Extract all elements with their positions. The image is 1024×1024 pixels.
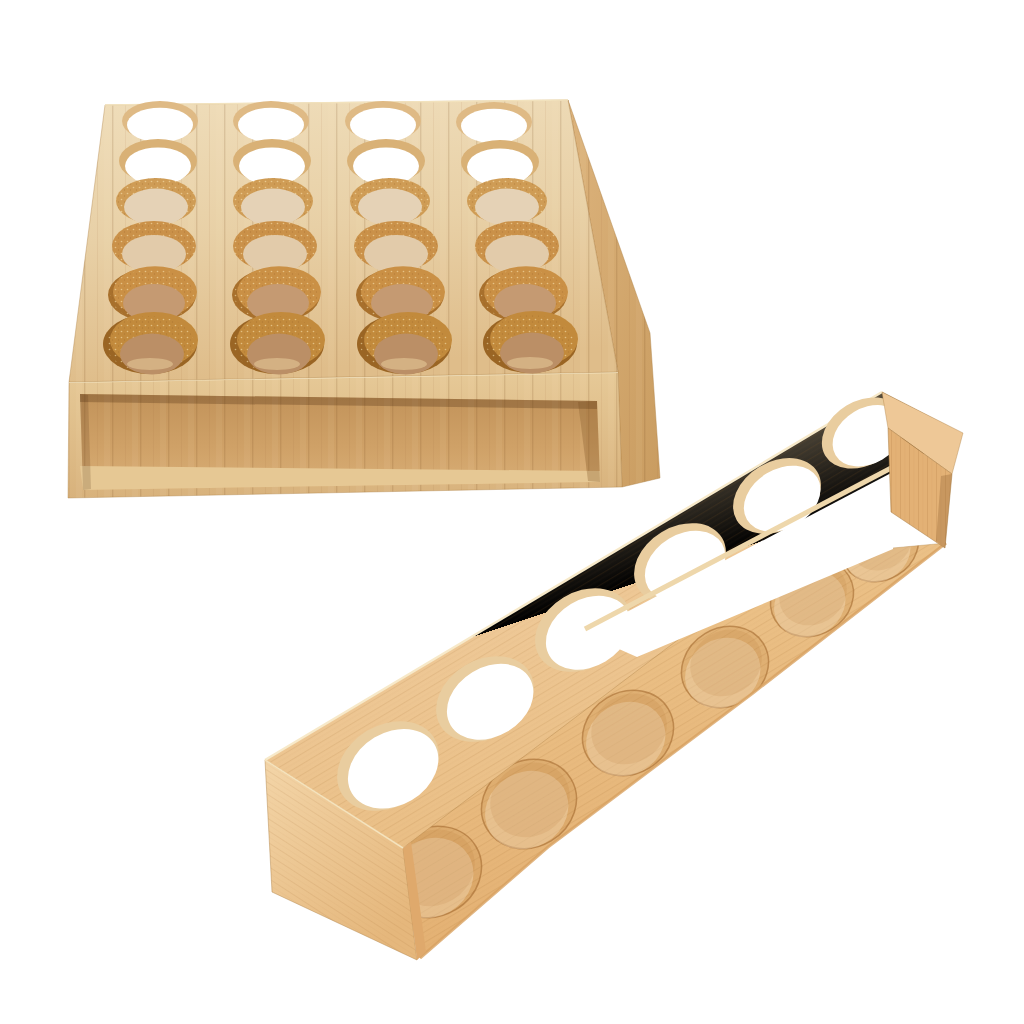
product-photo-canvas: Product photo: two natural bamboo displa…	[0, 0, 1024, 1024]
bamboo-racks-photo: Product photo: two natural bamboo displa…	[0, 0, 1024, 1024]
rack-24-hole	[68, 100, 660, 498]
rack24-front-face	[68, 372, 622, 498]
rack24-front-opening	[80, 394, 600, 490]
